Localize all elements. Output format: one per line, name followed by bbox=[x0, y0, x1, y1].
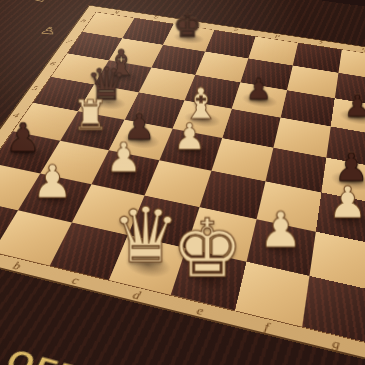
board-frame-plane: ♙♙♙♙♙♙♙ ♚♝♟♟♛♝♜♟♟♟♞♟♟♟♟♟♟♛♚♜ abcdefgh ab… bbox=[0, 0, 365, 365]
white-rook-b4: ♜ bbox=[71, 96, 108, 134]
logo-word-off: OFF bbox=[0, 342, 86, 365]
black-pawn-g6: ♟ bbox=[344, 92, 365, 120]
square-e6: ♟ bbox=[231, 82, 286, 117]
board-border: ♚♝♟♟♛♝♜♟♟♟♞♟♟♟♟♟♟♛♚♜ abcdefgh abcdefgh 8… bbox=[0, 5, 365, 365]
black-pawn-a3: ♟ bbox=[5, 119, 40, 155]
white-pawn-c3: ♟ bbox=[105, 139, 142, 177]
white-pawn-b2: ♟ bbox=[32, 160, 73, 202]
white-pawn-f2: ♟ bbox=[258, 207, 302, 252]
white-pawn-g3: ♟ bbox=[327, 182, 365, 222]
square-e1: ♚ bbox=[170, 248, 246, 310]
engraved-pawn-icon-2: ♙ bbox=[37, 24, 59, 37]
squareoff-logo: ♞ SQUAREOFF bbox=[0, 271, 90, 365]
engraved-pawn-icon-1: ♙ bbox=[28, 0, 52, 4]
white-queen-d1: ♛ bbox=[111, 200, 179, 270]
chessboard-photo-scene: ♙♙♙♙♙♙♙ ♚♝♟♟♛♝♜♟♟♟♞♟♟♟♟♟♟♛♚♜ abcdefgh ab… bbox=[0, 0, 365, 365]
square-g2 bbox=[309, 231, 365, 290]
black-pawn-e6: ♟ bbox=[245, 76, 271, 103]
square-g1 bbox=[302, 275, 365, 343]
white-king-e1: ♚ bbox=[171, 211, 243, 285]
white-pawn-d4: ♟ bbox=[173, 119, 206, 153]
file-label-f: f bbox=[231, 311, 302, 343]
engraved-pawn-icon-4: ♙ bbox=[0, 84, 7, 100]
black-king-c8: ♚ bbox=[173, 11, 202, 40]
logo-word-square: SQUARE bbox=[0, 298, 6, 365]
logo-text: SQUAREOFF bbox=[0, 298, 86, 365]
